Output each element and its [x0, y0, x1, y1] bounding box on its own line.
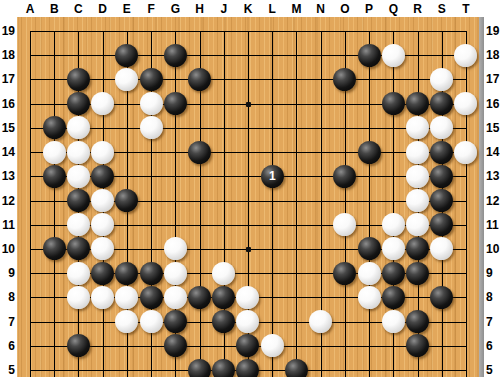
stone-black-C16[interactable]: [67, 92, 90, 115]
column-label-J: J: [215, 2, 233, 16]
row-label-right-17: 17: [486, 72, 500, 86]
move-number-label: 1: [261, 165, 284, 188]
row-label-left-9: 9: [0, 266, 15, 280]
grid-line-v-L: [272, 31, 273, 377]
row-label-left-17: 17: [0, 72, 15, 86]
grid-line-v-M: [296, 31, 297, 377]
row-label-right-14: 14: [486, 145, 500, 159]
row-label-left-6: 6: [0, 339, 15, 353]
row-label-right-8: 8: [486, 290, 500, 304]
row-label-right-16: 16: [486, 97, 500, 111]
column-label-B: B: [45, 2, 63, 16]
column-label-A: A: [21, 2, 39, 16]
stone-black-H8[interactable]: [188, 286, 211, 309]
row-label-left-13: 13: [0, 169, 15, 183]
row-label-right-15: 15: [486, 121, 500, 135]
stone-black-H17[interactable]: [188, 68, 211, 91]
stone-black-M5[interactable]: [285, 359, 308, 377]
stone-black-Q16[interactable]: [382, 92, 405, 115]
row-label-right-18: 18: [486, 48, 500, 62]
stone-white-C8[interactable]: [67, 286, 90, 309]
column-label-Q: Q: [384, 2, 402, 16]
stone-white-G8[interactable]: [164, 286, 187, 309]
stone-white-C13[interactable]: [67, 165, 90, 188]
row-label-left-14: 14: [0, 145, 15, 159]
row-label-left-11: 11: [0, 218, 15, 232]
grid-line-h-15: [30, 128, 467, 129]
row-label-right-12: 12: [486, 194, 500, 208]
stone-black-G16[interactable]: [164, 92, 187, 115]
stone-black-Q9[interactable]: [382, 262, 405, 285]
stone-black-D13[interactable]: [91, 165, 114, 188]
stone-black-P10[interactable]: [358, 237, 381, 260]
column-label-K: K: [239, 2, 257, 16]
stone-white-Q7[interactable]: [382, 310, 405, 333]
stone-black-H14[interactable]: [188, 141, 211, 164]
stone-white-R12[interactable]: [406, 189, 429, 212]
column-label-N: N: [312, 2, 330, 16]
row-label-right-19: 19: [486, 24, 500, 38]
column-label-S: S: [433, 2, 451, 16]
column-label-T: T: [457, 2, 475, 16]
row-label-right-13: 13: [486, 169, 500, 183]
stone-black-F8[interactable]: [140, 286, 163, 309]
stone-black-C17[interactable]: [67, 68, 90, 91]
stone-black-C12[interactable]: [67, 189, 90, 212]
stone-white-T14[interactable]: [454, 141, 477, 164]
stone-black-R9[interactable]: [406, 262, 429, 285]
stone-black-G18[interactable]: [164, 44, 187, 67]
row-label-left-7: 7: [0, 315, 15, 329]
column-label-O: O: [336, 2, 354, 16]
stone-white-Q18[interactable]: [382, 44, 405, 67]
stone-black-Q8[interactable]: [382, 286, 405, 309]
column-label-E: E: [118, 2, 136, 16]
stone-white-G9[interactable]: [164, 262, 187, 285]
stone-black-P14[interactable]: [358, 141, 381, 164]
stone-black-P18[interactable]: [358, 44, 381, 67]
stone-white-D8[interactable]: [91, 286, 114, 309]
row-label-left-18: 18: [0, 48, 15, 62]
stone-black-D9[interactable]: [91, 262, 114, 285]
row-label-right-5: 5: [486, 363, 500, 377]
stone-white-B14[interactable]: [43, 141, 66, 164]
grid-line-v-T: [466, 31, 467, 377]
stone-white-C14[interactable]: [67, 141, 90, 164]
row-label-left-19: 19: [0, 24, 15, 38]
grid-line-v-A: [30, 31, 31, 377]
stone-white-P8[interactable]: [358, 286, 381, 309]
stone-white-J9[interactable]: [212, 262, 235, 285]
stone-black-G7[interactable]: [164, 310, 187, 333]
row-label-right-6: 6: [486, 339, 500, 353]
column-label-D: D: [94, 2, 112, 16]
stone-black-B15[interactable]: [43, 116, 66, 139]
stone-white-D14[interactable]: [91, 141, 114, 164]
stone-black-S14[interactable]: [430, 141, 453, 164]
stone-black-H5[interactable]: [188, 359, 211, 377]
row-label-left-10: 10: [0, 242, 15, 256]
stone-white-C9[interactable]: [67, 262, 90, 285]
board-edge-shadow: [479, 17, 484, 377]
row-label-left-15: 15: [0, 121, 15, 135]
go-board-app: ABCDEFGHJKLMNOPQRST191918181717161615151…: [0, 0, 500, 377]
stone-white-F7[interactable]: [140, 310, 163, 333]
stone-white-R14[interactable]: [406, 141, 429, 164]
stone-white-L6[interactable]: [261, 334, 284, 357]
stone-white-P9[interactable]: [358, 262, 381, 285]
row-label-left-8: 8: [0, 290, 15, 304]
row-label-left-12: 12: [0, 194, 15, 208]
stone-black-L13[interactable]: 1: [261, 165, 284, 188]
hoshi-K10: [246, 247, 251, 252]
column-label-H: H: [191, 2, 209, 16]
column-label-R: R: [409, 2, 427, 16]
stone-black-S13[interactable]: [430, 165, 453, 188]
stone-white-F16[interactable]: [140, 92, 163, 115]
row-label-left-5: 5: [0, 363, 15, 377]
hoshi-K16: [246, 102, 251, 107]
grid-line-v-B: [54, 31, 55, 377]
grid-line-h-17: [30, 79, 467, 80]
row-label-right-11: 11: [486, 218, 500, 232]
stone-white-R13[interactable]: [406, 165, 429, 188]
stone-black-E18[interactable]: [115, 44, 138, 67]
grid-line-v-P: [369, 31, 370, 377]
stone-black-E9[interactable]: [115, 262, 138, 285]
column-label-L: L: [263, 2, 281, 16]
stone-black-B13[interactable]: [43, 165, 66, 188]
row-label-right-9: 9: [486, 266, 500, 280]
stone-white-Q11[interactable]: [382, 213, 405, 236]
column-label-G: G: [166, 2, 184, 16]
stone-white-F15[interactable]: [140, 116, 163, 139]
column-label-C: C: [69, 2, 87, 16]
column-label-F: F: [142, 2, 160, 16]
stone-black-O9[interactable]: [333, 262, 356, 285]
stone-black-F9[interactable]: [140, 262, 163, 285]
row-label-left-16: 16: [0, 97, 15, 111]
row-label-right-10: 10: [486, 242, 500, 256]
stone-black-F17[interactable]: [140, 68, 163, 91]
row-label-right-7: 7: [486, 315, 500, 329]
grid-line-h-19: [30, 31, 467, 32]
column-label-M: M: [287, 2, 305, 16]
column-label-P: P: [360, 2, 378, 16]
